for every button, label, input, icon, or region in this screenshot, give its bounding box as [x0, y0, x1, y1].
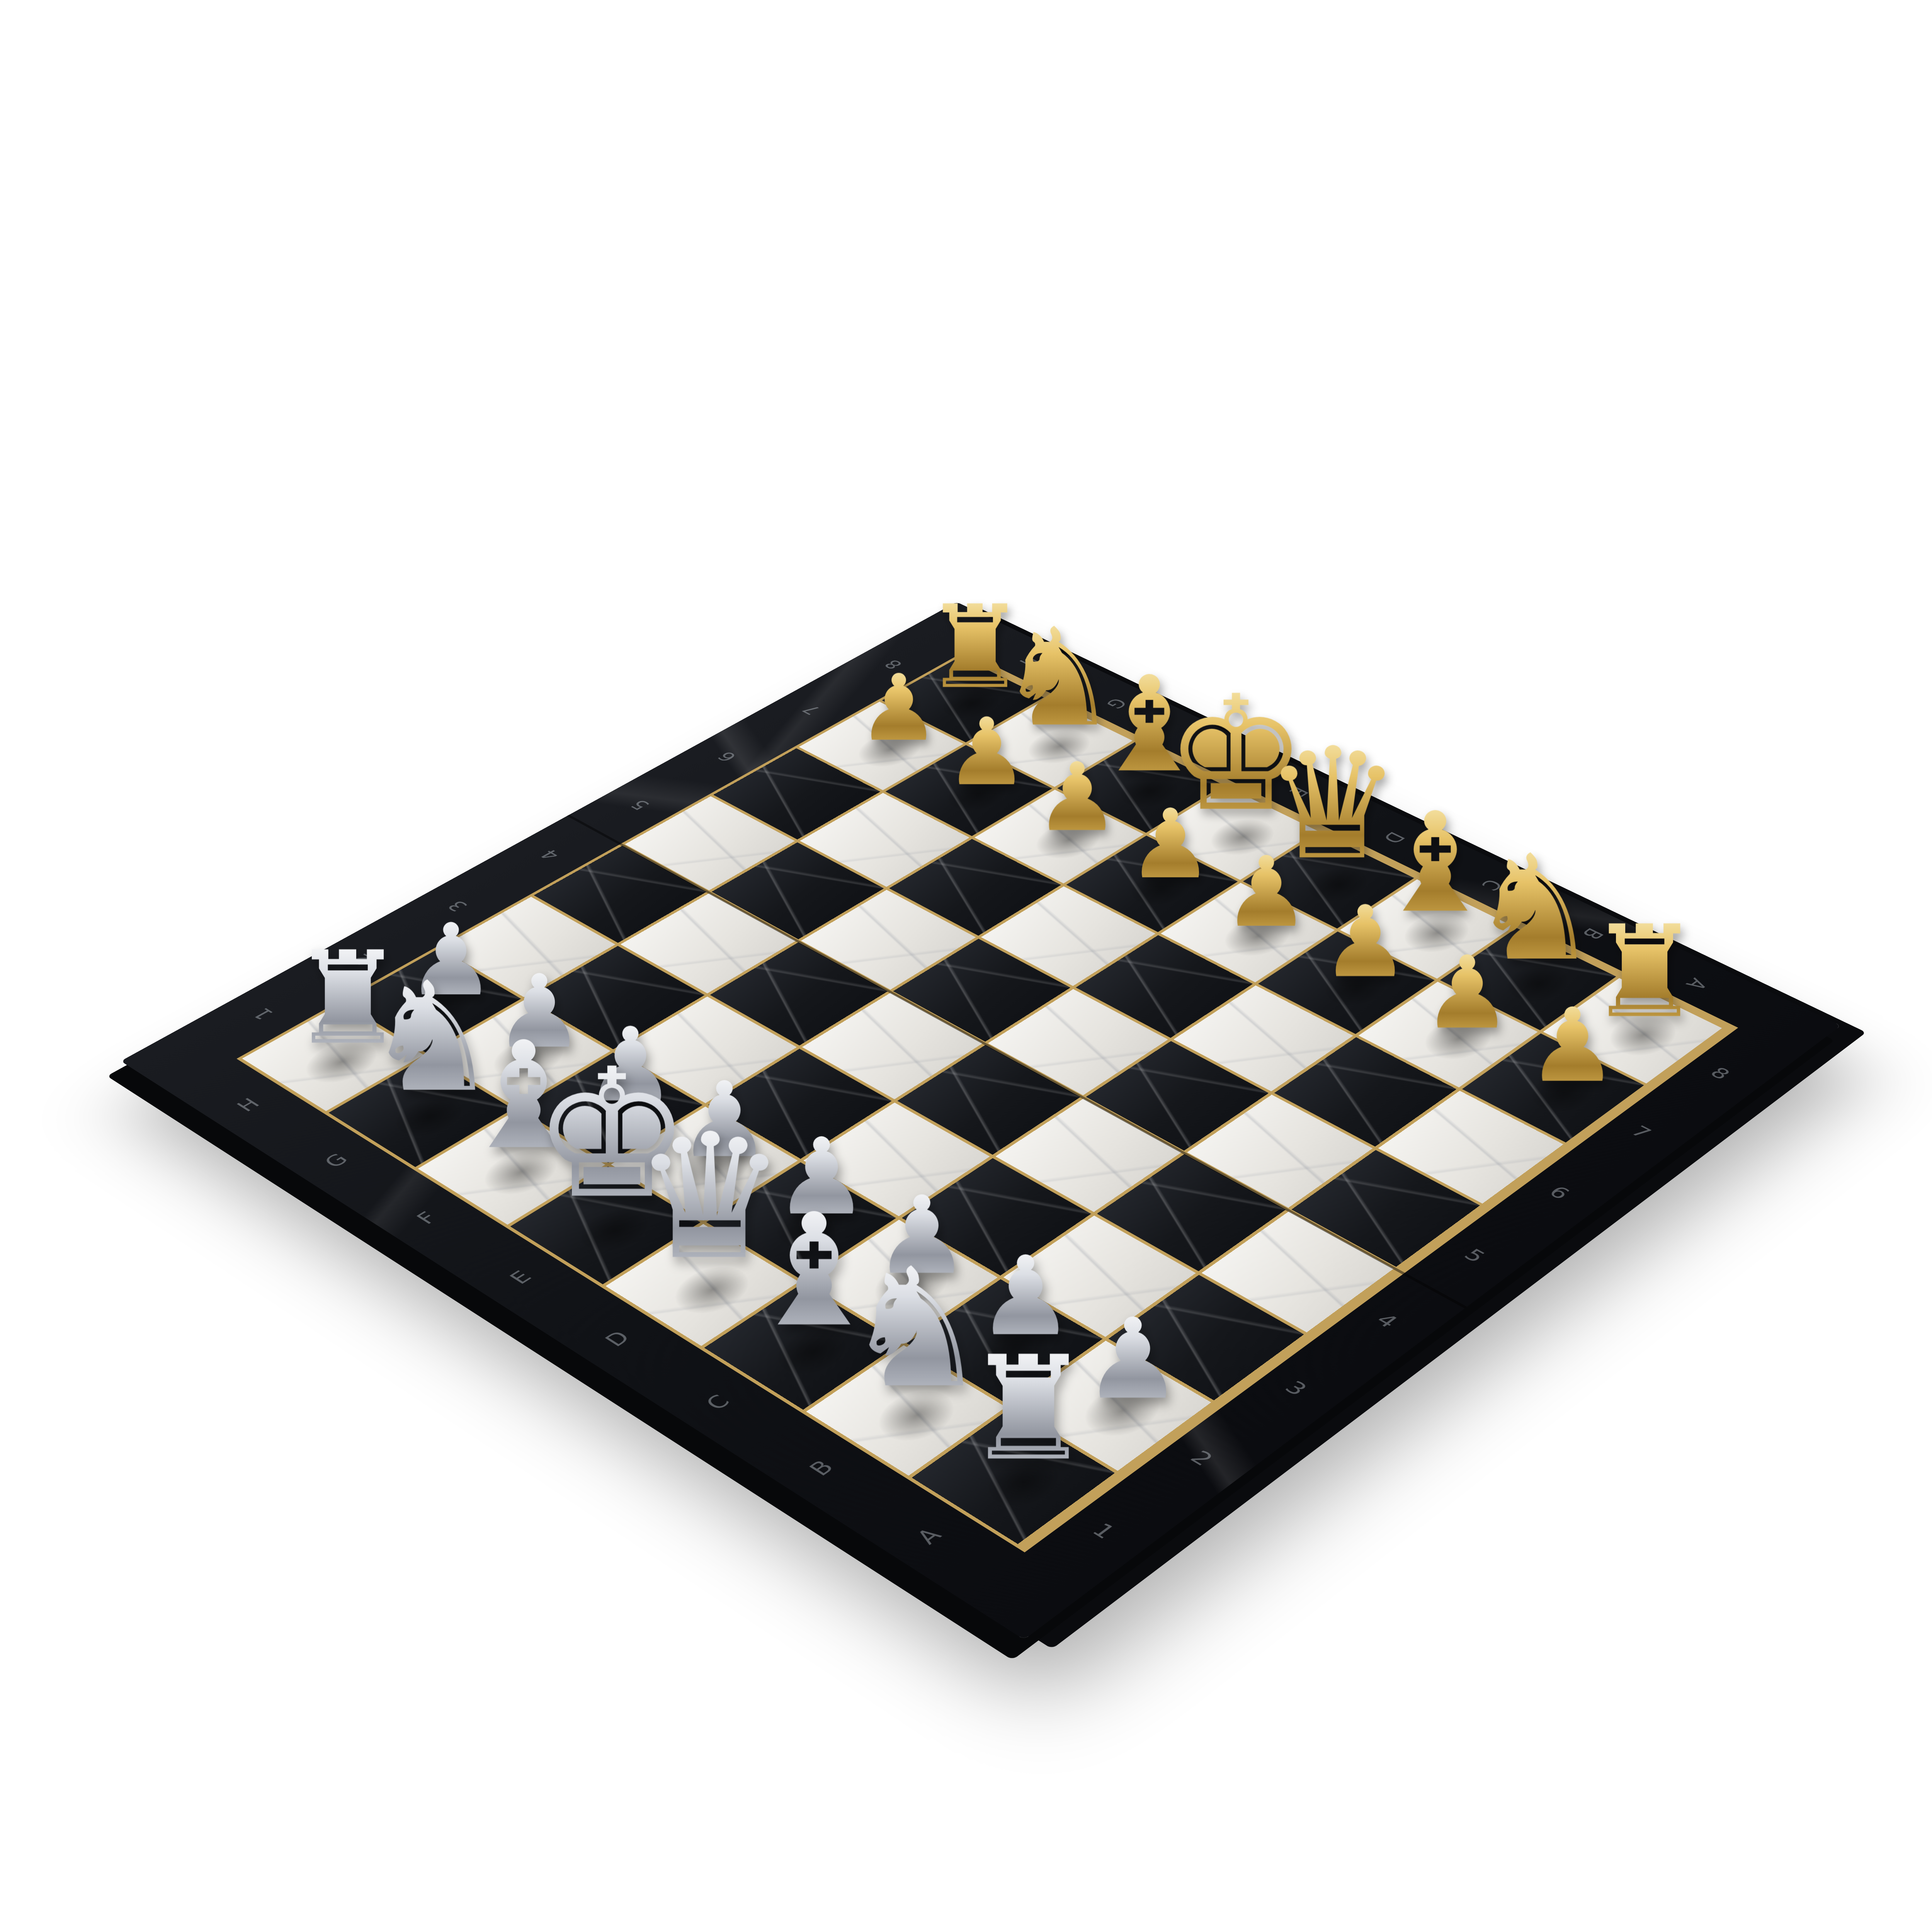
rank-label-near: 2 — [1185, 1447, 1220, 1471]
black-pawn: ♟ — [1035, 750, 1119, 844]
rank-label-far: 7 — [796, 702, 825, 717]
rank-label-near: 1 — [1087, 1519, 1123, 1544]
black-pawn: ♟ — [1128, 796, 1213, 892]
playfield: ♜♟♟♜♞♟♟♞♝♟♟♝♚♟♟♚♛♟♟♛♝♟♟♝♞♟♟♞♜♟♟♜ — [236, 651, 1738, 1553]
rank-label-far: 4 — [534, 846, 565, 863]
file-label-silver-side: A — [911, 1523, 949, 1548]
file-label-silver-side: C — [700, 1390, 737, 1414]
file-label-silver-side: F — [412, 1207, 444, 1228]
black-pawn: ♟ — [1422, 943, 1512, 1043]
white-pawn: ♟ — [1083, 1303, 1183, 1415]
black-pawn: ♟ — [945, 706, 1029, 799]
file-label-silver-side: E — [504, 1266, 538, 1287]
board-tilt: ♜♟♟♜♞♟♟♞♝♟♟♝♚♟♟♚♛♟♟♛♝♟♟♝♞♟♟♞♜♟♟♜ 1122334… — [121, 602, 1841, 1640]
rank-label-near: 3 — [1280, 1377, 1314, 1400]
file-label-silver-side: H — [232, 1094, 266, 1115]
square-e6[interactable] — [981, 886, 1155, 986]
file-label-silver-side: G — [319, 1149, 355, 1171]
black-pawn: ♟ — [1527, 995, 1618, 1096]
black-pawn: ♟ — [858, 662, 940, 753]
rank-label-near: 6 — [1544, 1183, 1577, 1204]
rank-label-far: 1 — [246, 1004, 279, 1023]
rank-label-near: 8 — [1706, 1064, 1736, 1083]
rank-label-far: 5 — [624, 796, 655, 813]
rank-label-far: 6 — [712, 748, 741, 764]
white-rook: ♜ — [964, 1337, 1093, 1480]
rank-label-near: 7 — [1626, 1122, 1658, 1143]
rank-label-near: 5 — [1459, 1245, 1492, 1267]
black-pawn: ♟ — [1223, 844, 1310, 940]
black-pawn: ♟ — [1321, 892, 1410, 991]
marble-board: ♜♟♟♜♞♟♟♞♝♟♟♝♚♟♟♚♛♟♟♛♝♟♟♝♞♟♟♞♜♟♟♜ 1122334… — [121, 602, 1841, 1640]
rank-label-near: 4 — [1371, 1310, 1405, 1332]
file-label-silver-side: D — [600, 1327, 637, 1350]
page-background: ♜♟♟♜♞♟♟♞♝♟♟♝♚♟♟♚♛♟♟♛♝♟♟♝♞♟♟♞♜♟♟♜ 1122334… — [0, 0, 1932, 1932]
scene: ♜♟♟♜♞♟♟♞♝♟♟♝♚♟♟♚♛♟♟♛♝♟♟♝♞♟♟♞♜♟♟♜ 1122334… — [357, 357, 1575, 1575]
file-label-silver-side: B — [804, 1455, 841, 1480]
